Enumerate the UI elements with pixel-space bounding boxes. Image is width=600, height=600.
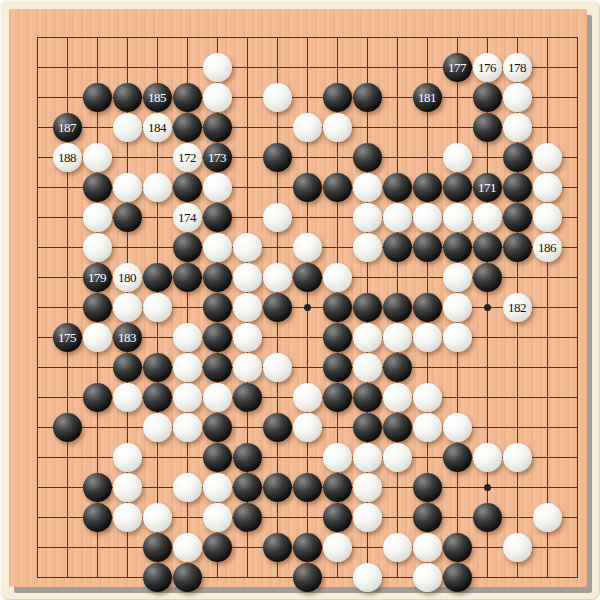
- move-number-label: 183: [118, 331, 136, 344]
- stone-white: 172: [173, 143, 202, 172]
- stone-black: [263, 293, 292, 322]
- stone-black: [473, 263, 502, 292]
- stone-white: 174: [173, 203, 202, 232]
- stone-white: [323, 113, 352, 142]
- stone-white: [353, 473, 382, 502]
- star-point: [484, 304, 491, 311]
- stone-black: [443, 533, 472, 562]
- stone-black: [113, 83, 142, 112]
- stone-black: [323, 353, 352, 382]
- stone-white: [383, 443, 412, 472]
- stone-white: [383, 383, 412, 412]
- move-number-label: 188: [58, 151, 76, 164]
- stone-white: 176: [473, 53, 502, 82]
- stone-white: [443, 203, 472, 232]
- stone-black: 187: [53, 113, 82, 142]
- stone-white: [173, 353, 202, 382]
- stone-white: [203, 173, 232, 202]
- stone-black: [383, 233, 412, 262]
- stone-white: [293, 383, 322, 412]
- stone-white: 186: [533, 233, 562, 262]
- stone-black: [353, 293, 382, 322]
- stone-black: [233, 443, 262, 472]
- stone-white: [293, 233, 322, 262]
- stone-black: [233, 383, 262, 412]
- stone-white: [503, 113, 532, 142]
- stone-black: [173, 83, 202, 112]
- stone-white: [173, 473, 202, 502]
- stone-black: [293, 263, 322, 292]
- stone-white: [533, 173, 562, 202]
- stone-black: [323, 293, 352, 322]
- stone-black: [83, 383, 112, 412]
- stone-white: [353, 503, 382, 532]
- stone-black: [473, 83, 502, 112]
- stone-black: [143, 353, 172, 382]
- stone-black: [203, 113, 232, 142]
- stone-white: [203, 473, 232, 502]
- stone-white: [203, 503, 232, 532]
- go-board[interactable]: 1771761781851811871841881721731711741861…: [9, 9, 587, 587]
- stone-white: [533, 143, 562, 172]
- stone-black: 175: [53, 323, 82, 352]
- stone-black: [503, 203, 532, 232]
- stone-white: [473, 443, 502, 472]
- stone-black: [83, 473, 112, 502]
- stone-white: [113, 503, 142, 532]
- stone-white: [143, 503, 172, 532]
- stone-white: [113, 293, 142, 322]
- stone-white: [113, 473, 142, 502]
- stone-white: [323, 443, 352, 472]
- stone-white: [143, 293, 172, 322]
- stone-black: [143, 383, 172, 412]
- stone-black: [263, 473, 292, 502]
- stone-white: [443, 323, 472, 352]
- stone-black: [143, 563, 172, 592]
- move-number-label: 177: [448, 61, 466, 74]
- move-number-label: 180: [118, 271, 136, 284]
- stone-black: [413, 473, 442, 502]
- stone-black: [473, 233, 502, 262]
- stone-white: [83, 203, 112, 232]
- stone-black: [203, 323, 232, 352]
- stone-black: [113, 353, 142, 382]
- stone-white: [443, 293, 472, 322]
- move-number-label: 186: [538, 241, 556, 254]
- stone-white: [83, 323, 112, 352]
- move-number-label: 187: [58, 121, 76, 134]
- stone-white: [173, 533, 202, 562]
- stone-white: [383, 323, 412, 352]
- stone-white: [413, 203, 442, 232]
- stone-white: [353, 173, 382, 202]
- stone-black: [323, 503, 352, 532]
- stone-white: [173, 383, 202, 412]
- stone-white: [143, 173, 172, 202]
- stone-black: [323, 83, 352, 112]
- stone-black: [353, 83, 382, 112]
- stone-black: [413, 503, 442, 532]
- stone-black: [203, 293, 232, 322]
- stone-black: [353, 143, 382, 172]
- stone-white: [443, 413, 472, 442]
- stone-black: [413, 233, 442, 262]
- stone-white: [143, 413, 172, 442]
- stone-white: [353, 203, 382, 232]
- move-number-label: 172: [178, 151, 196, 164]
- star-point: [304, 304, 311, 311]
- stone-white: [443, 143, 472, 172]
- stone-black: 179: [83, 263, 112, 292]
- stone-white: [413, 383, 442, 412]
- stone-black: [383, 293, 412, 322]
- stone-black: 173: [203, 143, 232, 172]
- stone-black: [473, 503, 502, 532]
- stone-white: [503, 83, 532, 112]
- stone-white: [203, 53, 232, 82]
- stone-white: [173, 323, 202, 352]
- stone-black: [233, 503, 262, 532]
- stone-black: [173, 173, 202, 202]
- stone-black: [353, 413, 382, 442]
- stone-white: [113, 383, 142, 412]
- move-number-label: 173: [208, 151, 226, 164]
- stone-black: 171: [473, 173, 502, 202]
- stone-white: [113, 173, 142, 202]
- stone-black: [263, 143, 292, 172]
- stone-black: [383, 413, 412, 442]
- stone-black: 185: [143, 83, 172, 112]
- stone-white: [203, 83, 232, 112]
- stone-white: 188: [53, 143, 82, 172]
- stone-black: [53, 413, 82, 442]
- stone-black: [323, 173, 352, 202]
- stone-white: [413, 533, 442, 562]
- stone-white: [263, 203, 292, 232]
- stone-white: [503, 443, 532, 472]
- stone-black: [293, 173, 322, 202]
- stone-black: [173, 563, 202, 592]
- stone-white: 182: [503, 293, 532, 322]
- move-number-label: 171: [478, 181, 496, 194]
- stone-black: [83, 503, 112, 532]
- stone-black: [293, 473, 322, 502]
- stone-black: [173, 233, 202, 262]
- stone-black: [323, 323, 352, 352]
- star-point: [484, 484, 491, 491]
- stone-white: [233, 233, 262, 262]
- move-number-label: 185: [148, 91, 166, 104]
- move-number-label: 182: [508, 301, 526, 314]
- stone-black: [443, 173, 472, 202]
- stone-black: [263, 413, 292, 442]
- stone-black: [413, 173, 442, 202]
- stone-white: [533, 203, 562, 232]
- stone-black: [233, 473, 262, 502]
- stone-white: [413, 323, 442, 352]
- move-number-label: 179: [88, 271, 106, 284]
- stone-white: [203, 233, 232, 262]
- stone-white: [473, 203, 502, 232]
- stone-white: [203, 383, 232, 412]
- stone-white: [233, 353, 262, 382]
- stone-white: [413, 413, 442, 442]
- stone-white: [353, 563, 382, 592]
- stone-white: [263, 353, 292, 382]
- stone-white: 184: [143, 113, 172, 142]
- move-number-label: 176: [478, 61, 496, 74]
- stone-black: [503, 143, 532, 172]
- stone-white: [173, 413, 202, 442]
- stone-black: 181: [413, 83, 442, 112]
- stone-white: [263, 263, 292, 292]
- stone-black: [323, 473, 352, 502]
- stone-black: [83, 83, 112, 112]
- stone-white: [263, 83, 292, 112]
- stone-black: [173, 113, 202, 142]
- stone-black: [383, 353, 412, 382]
- stone-black: [203, 203, 232, 232]
- stone-white: [353, 353, 382, 382]
- stone-white: [113, 443, 142, 472]
- move-number-label: 181: [418, 91, 436, 104]
- stone-white: [113, 113, 142, 142]
- stone-black: [443, 563, 472, 592]
- stone-white: [293, 413, 322, 442]
- stone-black: [83, 293, 112, 322]
- stone-black: [413, 293, 442, 322]
- stone-white: [233, 263, 262, 292]
- stone-white: 178: [503, 53, 532, 82]
- stone-black: [113, 203, 142, 232]
- stone-black: [203, 263, 232, 292]
- stone-black: [293, 563, 322, 592]
- stone-white: [353, 233, 382, 262]
- stone-white: 180: [113, 263, 142, 292]
- stone-black: [473, 113, 502, 142]
- stone-black: [143, 263, 172, 292]
- stone-black: [503, 233, 532, 262]
- stone-white: [383, 533, 412, 562]
- stone-black: 183: [113, 323, 142, 352]
- stone-black: [203, 533, 232, 562]
- stone-black: [323, 383, 352, 412]
- board-frame: 1771761781851811871841881721731711741861…: [0, 0, 600, 600]
- move-number-label: 175: [58, 331, 76, 344]
- stone-black: [293, 533, 322, 562]
- stone-black: [173, 263, 202, 292]
- stone-black: [203, 443, 232, 472]
- stone-white: [353, 443, 382, 472]
- stone-black: [143, 533, 172, 562]
- move-number-label: 178: [508, 61, 526, 74]
- go-game-screenshot: 1771761781851811871841881721731711741861…: [0, 0, 600, 600]
- stone-white: [83, 143, 112, 172]
- stone-black: [83, 173, 112, 202]
- stone-white: [383, 203, 412, 232]
- stone-black: [443, 233, 472, 262]
- stone-black: [443, 443, 472, 472]
- move-number-label: 184: [148, 121, 166, 134]
- stone-black: [353, 383, 382, 412]
- stone-black: [503, 173, 532, 202]
- stone-white: [443, 263, 472, 292]
- stone-white: [503, 533, 532, 562]
- stone-black: [263, 533, 292, 562]
- stone-white: [323, 533, 352, 562]
- stone-white: [233, 323, 262, 352]
- stone-black: 177: [443, 53, 472, 82]
- stone-white: [533, 503, 562, 532]
- stone-black: [383, 173, 412, 202]
- move-number-label: 174: [178, 211, 196, 224]
- stone-white: [293, 113, 322, 142]
- stone-white: [233, 293, 262, 322]
- stone-white: [413, 563, 442, 592]
- stone-black: [203, 413, 232, 442]
- stone-black: [203, 353, 232, 382]
- stone-white: [353, 323, 382, 352]
- stone-white: [83, 233, 112, 262]
- stone-white: [323, 263, 352, 292]
